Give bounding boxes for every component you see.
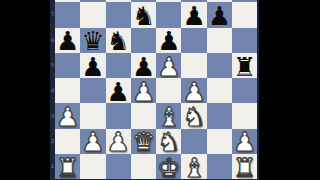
piece-black-pawn-d5[interactable]: ♟ [132,52,155,80]
square-h4[interactable] [232,78,257,103]
square-f6[interactable] [181,28,206,53]
square-g2[interactable] [207,129,232,154]
piece-white-bishop-e3[interactable]: ♝ [157,102,180,130]
piece-black-knight-c6[interactable]: ♞ [107,26,130,54]
square-b1[interactable] [80,154,105,179]
square-g6[interactable] [207,28,232,53]
square-c2[interactable]: ♟ [106,129,131,154]
piece-black-pawn-f7[interactable]: ♟ [182,1,205,29]
square-b3[interactable] [80,103,105,128]
piece-white-pawn-f4[interactable]: ♟ [182,77,205,105]
square-e2[interactable]: ♞ [156,129,181,154]
rank-label-7: 7 [50,12,55,17]
piece-white-pawn-c2[interactable]: ♟ [107,127,130,155]
square-e3[interactable]: ♝ [156,103,181,128]
piece-white-rook-a1[interactable]: ♜ [56,153,79,180]
square-f2[interactable] [181,129,206,154]
square-d7[interactable]: ♞ [131,2,156,27]
square-d4[interactable]: ♟ [131,78,156,103]
square-f4[interactable]: ♟ [181,78,206,103]
square-a2[interactable] [55,129,80,154]
square-b4[interactable] [80,78,105,103]
rank-label-6: 6 [50,38,55,43]
square-d1[interactable] [131,154,156,179]
piece-white-king-e1[interactable]: ♚ [157,153,180,180]
square-d6[interactable] [131,28,156,53]
square-g3[interactable] [207,103,232,128]
square-c1[interactable] [106,154,131,179]
piece-white-pawn-a3[interactable]: ♟ [56,102,79,130]
square-h6[interactable] [232,28,257,53]
letterbox-right [260,0,320,180]
chess-board: ♜♝♚♞♟♟♟♛♞♟♟♟♟♜♟♟♟♟♝♞♟♟♛♞♟♜♚♝♜ 87654321 [50,0,259,180]
letterbox-left [0,0,50,180]
square-g7[interactable]: ♟ [207,2,232,27]
square-b6[interactable]: ♛ [80,28,105,53]
square-b2[interactable]: ♟ [80,129,105,154]
piece-black-pawn-e6[interactable]: ♟ [157,26,180,54]
piece-white-pawn-h2[interactable]: ♟ [233,127,256,155]
rank-label-5: 5 [50,63,55,68]
piece-white-rook-h1[interactable]: ♜ [233,153,256,180]
square-f1[interactable]: ♝ [181,154,206,179]
square-b7[interactable] [80,2,105,27]
square-h3[interactable] [232,103,257,128]
square-e5[interactable]: ♟ [156,53,181,78]
square-h7[interactable] [232,2,257,27]
video-frame: ♜♝♚♞♟♟♟♛♞♟♟♟♟♜♟♟♟♟♝♞♟♟♛♞♟♜♚♝♜ 87654321 [0,0,320,180]
square-g1[interactable] [207,154,232,179]
square-e7[interactable] [156,2,181,27]
square-d3[interactable] [131,103,156,128]
square-a1[interactable]: ♜ [55,154,80,179]
square-a6[interactable]: ♟ [55,28,80,53]
square-c5[interactable] [106,53,131,78]
piece-black-pawn-a6[interactable]: ♟ [56,26,79,54]
square-f3[interactable]: ♞ [181,103,206,128]
square-g4[interactable] [207,78,232,103]
rank-label-2: 2 [50,139,55,144]
piece-white-knight-e2[interactable]: ♞ [157,127,180,155]
piece-white-pawn-d4[interactable]: ♟ [132,77,155,105]
square-e4[interactable] [156,78,181,103]
piece-black-pawn-g7[interactable]: ♟ [208,1,231,29]
square-d5[interactable]: ♟ [131,53,156,78]
square-f7[interactable]: ♟ [181,2,206,27]
square-a4[interactable] [55,78,80,103]
piece-black-knight-d7[interactable]: ♞ [132,1,155,29]
square-e6[interactable]: ♟ [156,28,181,53]
square-h2[interactable]: ♟ [232,129,257,154]
piece-black-pawn-c4[interactable]: ♟ [107,77,130,105]
piece-white-knight-f3[interactable]: ♞ [182,102,205,130]
square-a7[interactable] [55,2,80,27]
rank-label-4: 4 [50,88,55,93]
square-b5[interactable]: ♟ [80,53,105,78]
square-g5[interactable] [207,53,232,78]
piece-black-pawn-b5[interactable]: ♟ [81,52,104,80]
piece-white-queen-d2[interactable]: ♛ [132,127,155,155]
square-c4[interactable]: ♟ [106,78,131,103]
piece-white-pawn-e5[interactable]: ♟ [157,52,180,80]
square-h1[interactable]: ♜ [232,154,257,179]
square-c6[interactable]: ♞ [106,28,131,53]
piece-black-rook-h5[interactable]: ♜ [233,52,256,80]
board-grid: ♜♝♚♞♟♟♟♛♞♟♟♟♟♜♟♟♟♟♝♞♟♟♛♞♟♜♚♝♜ [55,0,257,179]
rank-label-1: 1 [50,164,55,169]
square-a3[interactable]: ♟ [55,103,80,128]
piece-white-bishop-f1[interactable]: ♝ [182,153,205,180]
square-f5[interactable] [181,53,206,78]
square-c3[interactable] [106,103,131,128]
square-e1[interactable]: ♚ [156,154,181,179]
square-a5[interactable] [55,53,80,78]
rank-label-3: 3 [50,114,55,119]
piece-white-pawn-b2[interactable]: ♟ [81,127,104,155]
square-h5[interactable]: ♜ [232,53,257,78]
square-c7[interactable] [106,2,131,27]
piece-black-queen-b6[interactable]: ♛ [81,26,104,54]
square-d2[interactable]: ♛ [131,129,156,154]
